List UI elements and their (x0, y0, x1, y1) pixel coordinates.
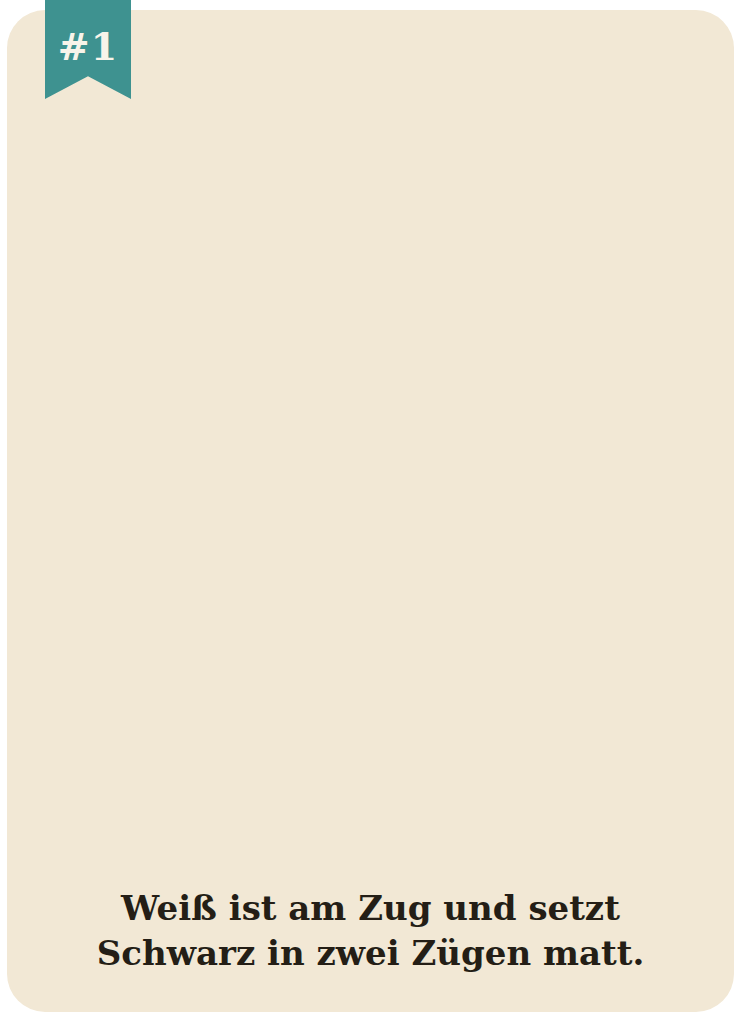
puzzle-caption: Weiß ist am Zug und setzt Schwarz in zwe… (7, 886, 734, 976)
caption-line-2: Schwarz in zwei Zügen matt. (7, 931, 734, 976)
chess-board (8, 110, 732, 834)
caption-line-1: Weiß ist am Zug und setzt (7, 886, 734, 931)
